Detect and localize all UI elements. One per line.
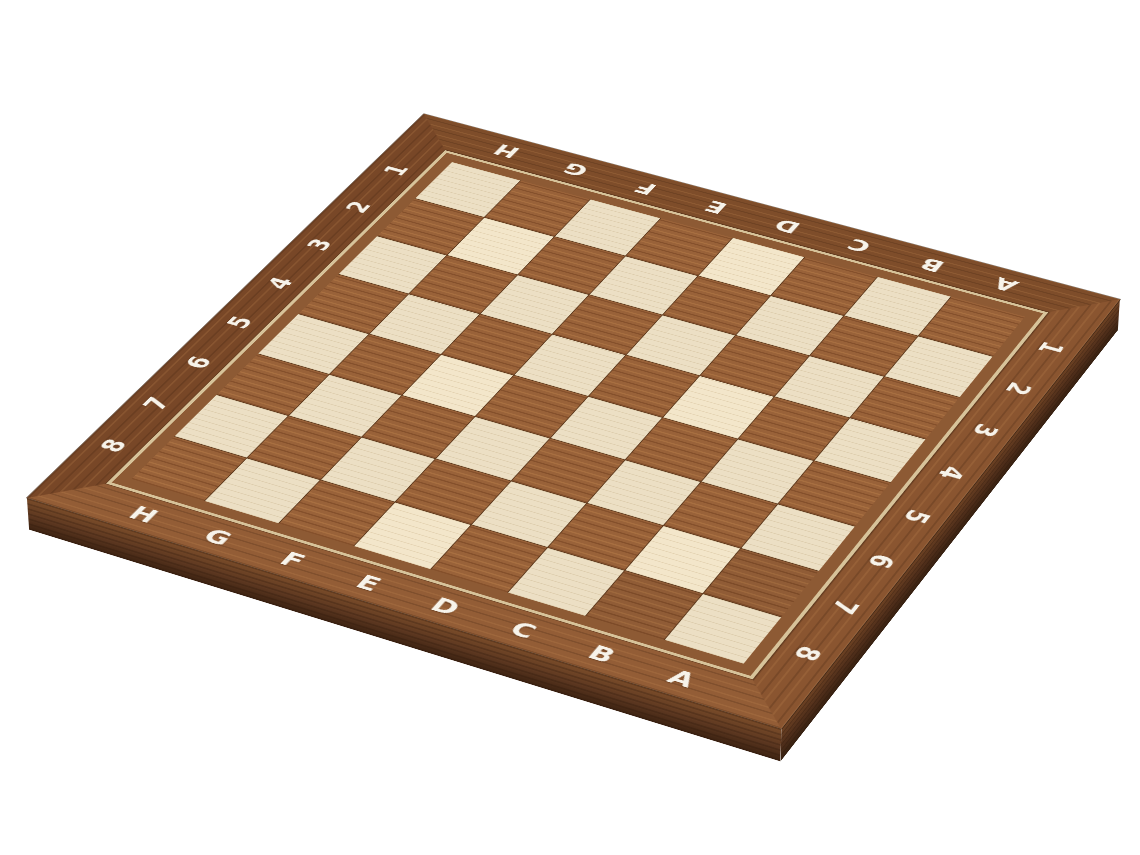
board-top-surface: HGFEDCBA HGFEDCBA 12345678 12345678 [27, 114, 1120, 729]
square-a5 [779, 461, 891, 526]
square-a6 [741, 504, 854, 571]
chess-board: HGFEDCBA HGFEDCBA 12345678 12345678 [27, 114, 1120, 729]
square-b8 [586, 571, 702, 640]
square-e6 [437, 417, 550, 481]
square-e8 [355, 502, 471, 569]
square-h7 [175, 395, 288, 458]
square-g8 [205, 458, 320, 523]
photo-background: HGFEDCBA HGFEDCBA 12345678 12345678 [0, 0, 1140, 855]
square-f7 [321, 437, 435, 501]
square-c7 [548, 503, 663, 570]
square-a8 [665, 594, 782, 664]
square-f6 [363, 396, 475, 459]
frame-rank8-edge [27, 469, 807, 729]
square-h8 [131, 437, 246, 501]
square-c8 [508, 548, 624, 616]
square-d6 [511, 438, 624, 502]
square-d8 [431, 525, 547, 592]
square-a7 [703, 549, 818, 617]
square-b4 [739, 397, 849, 460]
square-f8 [279, 480, 394, 546]
square-c6 [587, 460, 700, 525]
file-labels-rank8-edge: HGFEDCBA [92, 488, 735, 706]
square-d5 [551, 396, 662, 459]
square-e7 [396, 459, 510, 524]
square-g7 [248, 416, 362, 479]
square-c5 [626, 418, 738, 482]
rank-label: 7 [106, 379, 206, 428]
square-b6 [664, 482, 777, 548]
square-b7 [625, 526, 740, 593]
square-a4 [815, 418, 926, 482]
rank-label: 8 [62, 420, 164, 470]
square-b5 [702, 439, 814, 503]
square-d7 [472, 481, 586, 547]
